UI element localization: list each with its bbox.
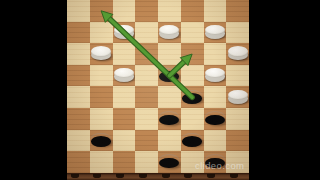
board-cell [226,43,249,65]
board-cell [204,130,227,152]
board-cell [226,86,249,108]
board-cell [135,22,158,44]
edge-notch [230,174,238,179]
edge-notch [207,174,215,179]
black-piece [205,111,225,126]
board-cell [67,86,90,108]
edge-notch [184,174,192,179]
board-cell [158,151,181,173]
board-cell [90,43,113,65]
board-cell [135,43,158,65]
board-cell [158,86,181,108]
board-cell [135,65,158,87]
board-cell [181,130,204,152]
black-piece [182,89,202,104]
board-cell [67,22,90,44]
board-cell [181,0,204,22]
board-cell [113,22,136,44]
board-cell [226,22,249,44]
black-piece [159,111,179,126]
board-cell [204,22,227,44]
edge-notch [139,174,147,179]
board-cell [113,0,136,22]
board-cell [204,65,227,87]
board-cell [135,108,158,130]
black-piece [159,67,179,82]
board-cell [67,130,90,152]
edge-notch [93,174,101,179]
board-cell [158,108,181,130]
board-cell [135,151,158,173]
board-cell [204,0,227,22]
video-frame: clideo.com [0,0,320,180]
board-cell [204,108,227,130]
white-piece [114,24,134,39]
board-cell [113,108,136,130]
checkers-board: clideo.com [67,0,249,180]
board-cell [113,151,136,173]
edge-notch [162,174,170,179]
board-cell [113,43,136,65]
board-bottom-edge [67,173,249,180]
board-cell [181,86,204,108]
white-piece [91,46,111,61]
board-cell [90,86,113,108]
white-piece [228,46,248,61]
board-cell [135,0,158,22]
watermark: clideo.com [195,160,244,171]
board-cell [226,130,249,152]
black-piece [159,154,179,169]
white-piece [159,24,179,39]
board-cell [181,108,204,130]
edge-notch [71,174,79,179]
black-piece [91,132,111,147]
edge-notch [116,174,124,179]
board-cell [181,22,204,44]
white-piece [205,24,225,39]
board-cell [90,65,113,87]
board-cell [90,108,113,130]
white-piece [114,67,134,82]
board-cell [67,65,90,87]
board-cell [181,65,204,87]
board-cell [226,65,249,87]
board-cell [226,108,249,130]
board-squares [67,0,249,173]
board-cell [67,108,90,130]
board-cell [67,0,90,22]
board-cell [158,0,181,22]
board-cell [158,43,181,65]
board-cell [67,151,90,173]
board-cell [158,22,181,44]
board-cell [158,65,181,87]
board-cell [90,22,113,44]
black-piece [182,132,202,147]
board-cell [135,130,158,152]
board-cell [90,151,113,173]
board-cell [204,43,227,65]
board-cell [158,130,181,152]
board-cell [113,130,136,152]
board-cell [67,43,90,65]
board-cell [226,0,249,22]
white-piece [205,67,225,82]
board-cell [113,86,136,108]
board-cell [135,86,158,108]
board-cell [113,65,136,87]
board-cell [181,43,204,65]
white-piece [228,89,248,104]
board-cell [204,86,227,108]
board-cell [90,0,113,22]
board-cell [90,130,113,152]
